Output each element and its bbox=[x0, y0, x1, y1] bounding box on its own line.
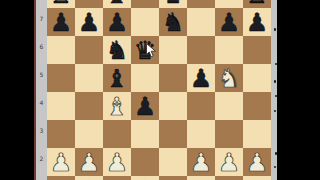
square-f7[interactable] bbox=[187, 8, 215, 36]
piece-black-king[interactable]: ♚ bbox=[159, 0, 187, 8]
video-frame: 87654321 ♜♝♚♜♟♟♟♞♟♟♞♛♝♟♞♝♟♟♟♟♟♟♟♜♞♝♛♜♚ bbox=[0, 0, 320, 180]
square-d4[interactable]: ♟ bbox=[131, 92, 159, 120]
square-g6[interactable] bbox=[215, 36, 243, 64]
square-a4[interactable] bbox=[47, 92, 75, 120]
square-e3[interactable] bbox=[159, 120, 187, 148]
piece-black-pawn[interactable]: ♟ bbox=[75, 8, 103, 36]
square-d2[interactable] bbox=[131, 148, 159, 176]
square-a6[interactable] bbox=[47, 36, 75, 64]
square-c1[interactable]: ♝ bbox=[103, 176, 131, 180]
rank-label-4: 4 bbox=[36, 100, 47, 106]
square-b5[interactable] bbox=[75, 64, 103, 92]
square-f2[interactable]: ♟ bbox=[187, 148, 215, 176]
piece-black-pawn[interactable]: ♟ bbox=[47, 8, 75, 36]
rank-label-3: 3 bbox=[36, 128, 47, 134]
square-f3[interactable] bbox=[187, 120, 215, 148]
piece-white-bishop[interactable]: ♝ bbox=[103, 176, 131, 180]
square-c2[interactable]: ♟ bbox=[103, 148, 131, 176]
compression-artifact bbox=[274, 80, 276, 83]
piece-black-rook[interactable]: ♜ bbox=[47, 0, 75, 8]
square-c3[interactable] bbox=[103, 120, 131, 148]
right-gutter bbox=[271, 0, 277, 180]
square-g2[interactable]: ♟ bbox=[215, 148, 243, 176]
rank-label-2: 2 bbox=[36, 156, 47, 162]
piece-white-queen[interactable]: ♛ bbox=[131, 176, 159, 180]
square-c6[interactable]: ♞ bbox=[103, 36, 131, 64]
rank-label-7: 7 bbox=[36, 16, 47, 22]
piece-white-pawn[interactable]: ♟ bbox=[187, 148, 215, 176]
square-g1[interactable]: ♚ bbox=[215, 176, 243, 180]
compression-artifact bbox=[275, 63, 277, 65]
piece-white-pawn[interactable]: ♟ bbox=[75, 148, 103, 176]
square-a1[interactable]: ♜ bbox=[47, 176, 75, 180]
compression-artifact bbox=[275, 152, 277, 155]
square-g7[interactable]: ♟ bbox=[215, 8, 243, 36]
piece-white-king[interactable]: ♚ bbox=[215, 176, 243, 180]
piece-black-bishop[interactable]: ♝ bbox=[103, 0, 131, 8]
square-h3[interactable] bbox=[243, 120, 271, 148]
square-g3[interactable] bbox=[215, 120, 243, 148]
square-d8[interactable] bbox=[131, 0, 159, 8]
mouse-cursor-icon bbox=[146, 43, 157, 58]
compression-artifact bbox=[275, 95, 277, 97]
square-f5[interactable]: ♟ bbox=[187, 64, 215, 92]
square-h4[interactable] bbox=[243, 92, 271, 120]
piece-black-knight[interactable]: ♞ bbox=[159, 8, 187, 36]
chess-board[interactable]: ♜♝♚♜♟♟♟♞♟♟♞♛♝♟♞♝♟♟♟♟♟♟♟♜♞♝♛♜♚ bbox=[47, 0, 271, 180]
square-f6[interactable] bbox=[187, 36, 215, 64]
piece-white-bishop[interactable]: ♝ bbox=[103, 92, 131, 120]
square-a2[interactable]: ♟ bbox=[47, 148, 75, 176]
square-e2[interactable] bbox=[159, 148, 187, 176]
square-h8[interactable]: ♜ bbox=[243, 0, 271, 8]
square-c8[interactable]: ♝ bbox=[103, 0, 131, 8]
square-h6[interactable] bbox=[243, 36, 271, 64]
piece-black-pawn[interactable]: ♟ bbox=[103, 8, 131, 36]
compression-artifact bbox=[274, 28, 276, 31]
square-b1[interactable]: ♞ bbox=[75, 176, 103, 180]
rank-coordinates: 87654321 bbox=[36, 0, 47, 180]
piece-white-pawn[interactable]: ♟ bbox=[243, 148, 271, 176]
piece-black-pawn[interactable]: ♟ bbox=[131, 92, 159, 120]
square-c5[interactable]: ♝ bbox=[103, 64, 131, 92]
square-b8[interactable] bbox=[75, 0, 103, 8]
square-b4[interactable] bbox=[75, 92, 103, 120]
square-d5[interactable] bbox=[131, 64, 159, 92]
square-a8[interactable]: ♜ bbox=[47, 0, 75, 8]
square-h2[interactable]: ♟ bbox=[243, 148, 271, 176]
square-f8[interactable] bbox=[187, 0, 215, 8]
square-a3[interactable] bbox=[47, 120, 75, 148]
square-g8[interactable] bbox=[215, 0, 243, 8]
piece-black-rook[interactable]: ♜ bbox=[243, 0, 271, 8]
piece-white-knight[interactable]: ♞ bbox=[75, 176, 103, 180]
rank-label-5: 5 bbox=[36, 72, 47, 78]
square-e7[interactable]: ♞ bbox=[159, 8, 187, 36]
square-c7[interactable]: ♟ bbox=[103, 8, 131, 36]
piece-white-pawn[interactable]: ♟ bbox=[103, 148, 131, 176]
rank-label-6: 6 bbox=[36, 44, 47, 50]
square-b2[interactable]: ♟ bbox=[75, 148, 103, 176]
piece-white-pawn[interactable]: ♟ bbox=[215, 148, 243, 176]
square-f1[interactable]: ♜ bbox=[187, 176, 215, 180]
square-d7[interactable] bbox=[131, 8, 159, 36]
piece-white-rook[interactable]: ♜ bbox=[187, 176, 215, 180]
square-g4[interactable] bbox=[215, 92, 243, 120]
piece-white-rook[interactable]: ♜ bbox=[47, 176, 75, 180]
piece-black-pawn[interactable]: ♟ bbox=[215, 8, 243, 36]
piece-white-pawn[interactable]: ♟ bbox=[47, 148, 75, 176]
square-f4[interactable] bbox=[187, 92, 215, 120]
square-h5[interactable] bbox=[243, 64, 271, 92]
square-h1[interactable] bbox=[243, 176, 271, 180]
piece-black-pawn[interactable]: ♟ bbox=[187, 64, 215, 92]
piece-black-pawn[interactable]: ♟ bbox=[243, 8, 271, 36]
square-a5[interactable] bbox=[47, 64, 75, 92]
square-b6[interactable] bbox=[75, 36, 103, 64]
square-d1[interactable]: ♛ bbox=[131, 176, 159, 180]
piece-black-bishop[interactable]: ♝ bbox=[103, 64, 131, 92]
square-b3[interactable] bbox=[75, 120, 103, 148]
square-e6[interactable] bbox=[159, 36, 187, 64]
compression-artifact bbox=[274, 166, 276, 168]
piece-white-knight[interactable]: ♞ bbox=[215, 64, 243, 92]
piece-black-knight[interactable]: ♞ bbox=[103, 36, 131, 64]
square-g5[interactable]: ♞ bbox=[215, 64, 243, 92]
square-e8[interactable]: ♚ bbox=[159, 0, 187, 8]
square-a7[interactable]: ♟ bbox=[47, 8, 75, 36]
square-e4[interactable] bbox=[159, 92, 187, 120]
square-b7[interactable]: ♟ bbox=[75, 8, 103, 36]
square-c4[interactable]: ♝ bbox=[103, 92, 131, 120]
square-d3[interactable] bbox=[131, 120, 159, 148]
square-e1[interactable] bbox=[159, 176, 187, 180]
square-h7[interactable]: ♟ bbox=[243, 8, 271, 36]
square-e5[interactable] bbox=[159, 64, 187, 92]
compression-artifact bbox=[274, 110, 276, 112]
